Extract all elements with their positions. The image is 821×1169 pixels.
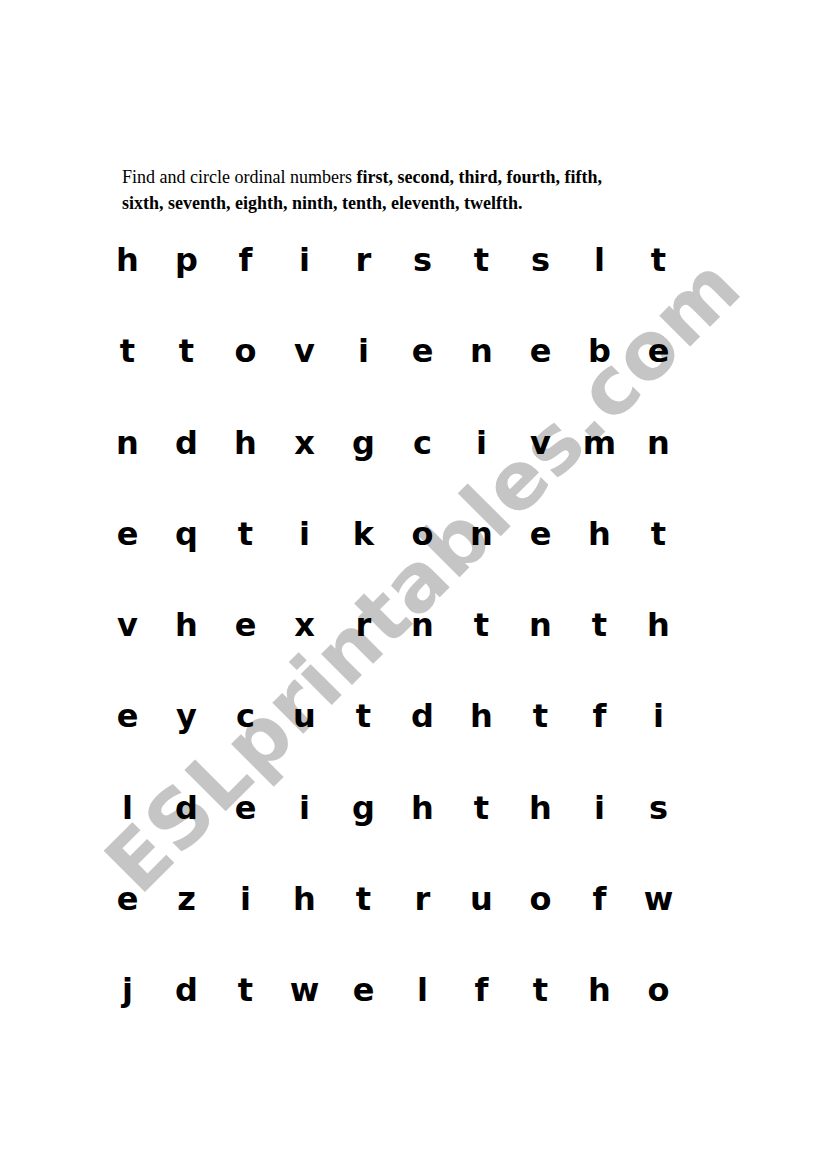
grid-cell-r6c8[interactable]: t xyxy=(511,700,570,791)
instructions-words-line-2: sixth, seventh, eighth, ninth, tenth, el… xyxy=(122,193,523,213)
grid-cell-r7c4[interactable]: i xyxy=(275,792,334,883)
instructions-prefix: Find and circle ordinal numbers xyxy=(122,167,352,187)
grid-cell-r3c6[interactable]: c xyxy=(393,427,452,518)
grid-cell-r4c2[interactable]: q xyxy=(157,518,216,609)
grid-cell-r2c7[interactable]: n xyxy=(452,335,511,426)
grid-cell-r7c8[interactable]: h xyxy=(511,792,570,883)
grid-cell-r3c7[interactable]: i xyxy=(452,427,511,518)
grid-cell-r2c1[interactable]: t xyxy=(98,335,157,426)
grid-cell-r3c10[interactable]: n xyxy=(629,427,688,518)
grid-cell-r8c5[interactable]: t xyxy=(334,883,393,974)
grid-cell-r5c8[interactable]: n xyxy=(511,609,570,700)
grid-cell-r2c8[interactable]: e xyxy=(511,335,570,426)
grid-cell-r7c3[interactable]: e xyxy=(216,792,275,883)
grid-cell-r3c3[interactable]: h xyxy=(216,427,275,518)
grid-cell-r5c2[interactable]: h xyxy=(157,609,216,700)
grid-cell-r3c9[interactable]: m xyxy=(570,427,629,518)
grid-cell-r2c4[interactable]: v xyxy=(275,335,334,426)
grid-cell-r4c3[interactable]: t xyxy=(216,518,275,609)
grid-cell-r1c2[interactable]: p xyxy=(157,244,216,335)
grid-cell-r4c4[interactable]: i xyxy=(275,518,334,609)
worksheet-page: ESLprintables.com Find and circle ordina… xyxy=(0,0,821,1169)
grid-cell-r9c6[interactable]: l xyxy=(393,974,452,1065)
grid-cell-r6c5[interactable]: t xyxy=(334,700,393,791)
grid-cell-r7c5[interactable]: g xyxy=(334,792,393,883)
grid-cell-r5c3[interactable]: e xyxy=(216,609,275,700)
grid-cell-r9c2[interactable]: d xyxy=(157,974,216,1065)
grid-cell-r9c5[interactable]: e xyxy=(334,974,393,1065)
grid-cell-r8c7[interactable]: u xyxy=(452,883,511,974)
grid-cell-r6c3[interactable]: c xyxy=(216,700,275,791)
word-search-grid: hpfirstsltttovienebendhxgcivmneqtikoneht… xyxy=(98,244,688,1066)
grid-cell-r4c8[interactable]: e xyxy=(511,518,570,609)
grid-cell-r1c6[interactable]: s xyxy=(393,244,452,335)
grid-cell-r3c1[interactable]: n xyxy=(98,427,157,518)
instructions-line-2: sixth, seventh, eighth, ninth, tenth, el… xyxy=(122,190,722,216)
grid-cell-r5c9[interactable]: t xyxy=(570,609,629,700)
grid-cell-r7c7[interactable]: t xyxy=(452,792,511,883)
grid-cell-r7c6[interactable]: h xyxy=(393,792,452,883)
grid-cell-r8c9[interactable]: f xyxy=(570,883,629,974)
grid-cell-r5c7[interactable]: t xyxy=(452,609,511,700)
grid-cell-r2c2[interactable]: t xyxy=(157,335,216,426)
grid-cell-r6c4[interactable]: u xyxy=(275,700,334,791)
grid-cell-r1c9[interactable]: l xyxy=(570,244,629,335)
grid-cell-r4c9[interactable]: h xyxy=(570,518,629,609)
grid-cell-r8c3[interactable]: i xyxy=(216,883,275,974)
grid-cell-r1c8[interactable]: s xyxy=(511,244,570,335)
grid-cell-r7c9[interactable]: i xyxy=(570,792,629,883)
grid-cell-r6c1[interactable]: e xyxy=(98,700,157,791)
grid-cell-r7c2[interactable]: d xyxy=(157,792,216,883)
grid-cell-r1c3[interactable]: f xyxy=(216,244,275,335)
grid-cell-r8c2[interactable]: z xyxy=(157,883,216,974)
grid-cell-r2c10[interactable]: e xyxy=(629,335,688,426)
grid-cell-r8c6[interactable]: r xyxy=(393,883,452,974)
grid-cell-r9c7[interactable]: f xyxy=(452,974,511,1065)
grid-cell-r3c8[interactable]: v xyxy=(511,427,570,518)
grid-cell-r5c10[interactable]: h xyxy=(629,609,688,700)
grid-cell-r1c5[interactable]: r xyxy=(334,244,393,335)
grid-cell-r2c6[interactable]: e xyxy=(393,335,452,426)
grid-cell-r9c1[interactable]: j xyxy=(98,974,157,1065)
grid-cell-r8c4[interactable]: h xyxy=(275,883,334,974)
grid-cell-r9c8[interactable]: t xyxy=(511,974,570,1065)
grid-cell-r4c6[interactable]: o xyxy=(393,518,452,609)
grid-cell-r3c4[interactable]: x xyxy=(275,427,334,518)
grid-cell-r8c8[interactable]: o xyxy=(511,883,570,974)
grid-cell-r4c7[interactable]: n xyxy=(452,518,511,609)
grid-cell-r6c9[interactable]: f xyxy=(570,700,629,791)
grid-cell-r1c10[interactable]: t xyxy=(629,244,688,335)
grid-cell-r6c2[interactable]: y xyxy=(157,700,216,791)
instructions-words-line-1: first, second, third, fourth, fifth, xyxy=(352,167,602,187)
grid-cell-r1c7[interactable]: t xyxy=(452,244,511,335)
grid-cell-r2c5[interactable]: i xyxy=(334,335,393,426)
grid-cell-r4c1[interactable]: e xyxy=(98,518,157,609)
grid-cell-r1c1[interactable]: h xyxy=(98,244,157,335)
grid-cell-r2c9[interactable]: b xyxy=(570,335,629,426)
grid-cell-r6c6[interactable]: d xyxy=(393,700,452,791)
grid-cell-r5c1[interactable]: v xyxy=(98,609,157,700)
grid-cell-r5c6[interactable]: n xyxy=(393,609,452,700)
grid-cell-r6c10[interactable]: i xyxy=(629,700,688,791)
grid-cell-r4c10[interactable]: t xyxy=(629,518,688,609)
grid-cell-r1c4[interactable]: i xyxy=(275,244,334,335)
grid-cell-r2c3[interactable]: o xyxy=(216,335,275,426)
grid-cell-r8c1[interactable]: e xyxy=(98,883,157,974)
grid-cell-r9c10[interactable]: o xyxy=(629,974,688,1065)
instructions-line-1: Find and circle ordinal numbers first, s… xyxy=(122,164,722,190)
grid-cell-r3c5[interactable]: g xyxy=(334,427,393,518)
grid-cell-r9c9[interactable]: h xyxy=(570,974,629,1065)
instructions: Find and circle ordinal numbers first, s… xyxy=(122,164,722,216)
grid-cell-r6c7[interactable]: h xyxy=(452,700,511,791)
grid-cell-r9c3[interactable]: t xyxy=(216,974,275,1065)
grid-cell-r5c5[interactable]: r xyxy=(334,609,393,700)
grid-cell-r9c4[interactable]: w xyxy=(275,974,334,1065)
grid-cell-r8c10[interactable]: w xyxy=(629,883,688,974)
grid-cell-r7c1[interactable]: l xyxy=(98,792,157,883)
grid-cell-r4c5[interactable]: k xyxy=(334,518,393,609)
grid-cell-r7c10[interactable]: s xyxy=(629,792,688,883)
grid-cell-r3c2[interactable]: d xyxy=(157,427,216,518)
grid-cell-r5c4[interactable]: x xyxy=(275,609,334,700)
